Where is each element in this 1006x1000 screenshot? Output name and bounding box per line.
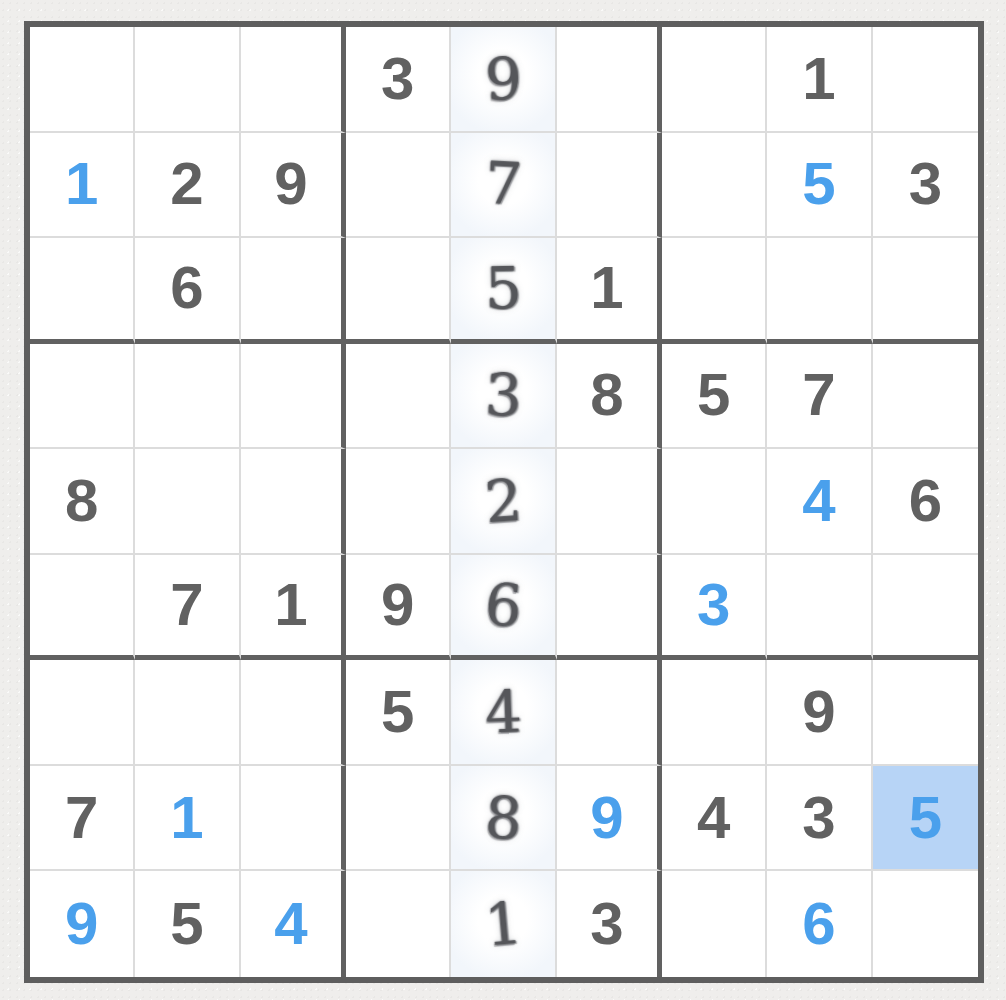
cell-r9c2[interactable]: 5 xyxy=(135,871,240,977)
cell-r5c9[interactable]: 6 xyxy=(873,449,978,555)
cell-r7c5[interactable]: 4 xyxy=(451,660,556,766)
cell-r9c1[interactable]: 9 xyxy=(30,871,135,977)
cell-r5c4[interactable] xyxy=(346,449,451,555)
cell-r5c7[interactable] xyxy=(662,449,767,555)
cell-r6c2[interactable]: 7 xyxy=(135,555,240,661)
cell-r2c9[interactable]: 3 xyxy=(873,133,978,239)
cell-r7c4[interactable]: 5 xyxy=(346,660,451,766)
cell-r7c9[interactable] xyxy=(873,660,978,766)
cell-r9c7[interactable] xyxy=(662,871,767,977)
cell-r3c5[interactable]: 5 xyxy=(451,238,556,344)
cell-r1c5[interactable]: 9 xyxy=(451,27,556,133)
cell-r7c3[interactable] xyxy=(241,660,346,766)
cell-r6c9[interactable] xyxy=(873,555,978,661)
cell-r3c2[interactable]: 6 xyxy=(135,238,240,344)
cell-r4c8[interactable]: 7 xyxy=(767,344,872,450)
cell-r4c9[interactable] xyxy=(873,344,978,450)
cell-r8c8[interactable]: 3 xyxy=(767,766,872,872)
cell-r8c4[interactable] xyxy=(346,766,451,872)
cell-r2c8[interactable]: 5 xyxy=(767,133,872,239)
cell-r4c7[interactable]: 5 xyxy=(662,344,767,450)
cell-r6c4[interactable]: 9 xyxy=(346,555,451,661)
cell-r1c3[interactable] xyxy=(241,27,346,133)
cell-r9c6[interactable]: 3 xyxy=(557,871,662,977)
cell-r2c4[interactable] xyxy=(346,133,451,239)
cell-r6c3[interactable]: 1 xyxy=(241,555,346,661)
cell-r2c6[interactable] xyxy=(557,133,662,239)
cell-r5c6[interactable] xyxy=(557,449,662,555)
cell-r9c4[interactable] xyxy=(346,871,451,977)
cell-r3c7[interactable] xyxy=(662,238,767,344)
sudoku-board: 3911297536513857824671963549718943595413… xyxy=(24,21,984,983)
cell-r8c2[interactable]: 1 xyxy=(135,766,240,872)
pencil-digit: 9 xyxy=(484,49,523,108)
cell-r8c5[interactable]: 8 xyxy=(451,766,556,872)
cell-r4c6[interactable]: 8 xyxy=(557,344,662,450)
cell-r9c5[interactable]: 1 xyxy=(451,871,556,977)
cell-r9c8[interactable]: 6 xyxy=(767,871,872,977)
cell-r5c1[interactable]: 8 xyxy=(30,449,135,555)
cell-r1c7[interactable] xyxy=(662,27,767,133)
cell-r6c8[interactable] xyxy=(767,555,872,661)
cell-r3c3[interactable] xyxy=(241,238,346,344)
cell-r5c8[interactable]: 4 xyxy=(767,449,872,555)
pencil-digit: 2 xyxy=(483,471,524,531)
cell-r1c9[interactable] xyxy=(873,27,978,133)
cell-r1c1[interactable] xyxy=(30,27,135,133)
cell-r3c8[interactable] xyxy=(767,238,872,344)
cell-r7c1[interactable] xyxy=(30,660,135,766)
pencil-digit: 5 xyxy=(484,259,522,318)
cell-r3c1[interactable] xyxy=(30,238,135,344)
cell-r5c5[interactable]: 2 xyxy=(451,449,556,555)
pencil-digit: 4 xyxy=(484,682,523,741)
cell-r3c9[interactable] xyxy=(873,238,978,344)
cell-r1c2[interactable] xyxy=(135,27,240,133)
cell-r3c6[interactable]: 1 xyxy=(557,238,662,344)
cell-r2c1[interactable]: 1 xyxy=(30,133,135,239)
cell-r1c4[interactable]: 3 xyxy=(346,27,451,133)
pencil-digit: 3 xyxy=(484,366,523,425)
cell-r7c8[interactable]: 9 xyxy=(767,660,872,766)
cell-r4c5[interactable]: 3 xyxy=(451,344,556,450)
cell-r7c6[interactable] xyxy=(557,660,662,766)
cell-r5c3[interactable] xyxy=(241,449,346,555)
cell-r9c9[interactable] xyxy=(873,871,978,977)
cell-r2c3[interactable]: 9 xyxy=(241,133,346,239)
pencil-digit: 1 xyxy=(482,894,524,955)
cell-r1c8[interactable]: 1 xyxy=(767,27,872,133)
cell-r4c3[interactable] xyxy=(241,344,346,450)
cell-r7c7[interactable] xyxy=(662,660,767,766)
cell-r4c2[interactable] xyxy=(135,344,240,450)
cell-r4c4[interactable] xyxy=(346,344,451,450)
cell-r8c7[interactable]: 4 xyxy=(662,766,767,872)
cell-r8c1[interactable]: 7 xyxy=(30,766,135,872)
cell-r6c5[interactable]: 6 xyxy=(451,555,556,661)
cell-r2c2[interactable]: 2 xyxy=(135,133,240,239)
cell-r4c1[interactable] xyxy=(30,344,135,450)
cell-r2c7[interactable] xyxy=(662,133,767,239)
cell-r5c2[interactable] xyxy=(135,449,240,555)
cell-r6c6[interactable] xyxy=(557,555,662,661)
pencil-digit: 6 xyxy=(482,575,524,636)
pencil-digit: 7 xyxy=(483,154,523,214)
cell-r3c4[interactable] xyxy=(346,238,451,344)
cell-r6c1[interactable] xyxy=(30,555,135,661)
cell-r8c9[interactable]: 5 xyxy=(873,766,978,872)
cell-r6c7[interactable]: 3 xyxy=(662,555,767,661)
cell-r2c5[interactable]: 7 xyxy=(451,133,556,239)
cell-r9c3[interactable]: 4 xyxy=(241,871,346,977)
cell-r1c6[interactable] xyxy=(557,27,662,133)
cell-r8c3[interactable] xyxy=(241,766,346,872)
pencil-digit: 8 xyxy=(483,788,523,848)
cell-r8c6[interactable]: 9 xyxy=(557,766,662,872)
cell-r7c2[interactable] xyxy=(135,660,240,766)
